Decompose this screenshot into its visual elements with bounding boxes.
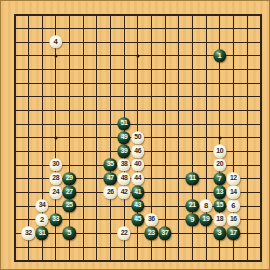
stone-black-21[interactable]: 21: [186, 199, 199, 212]
grid-line-vertical: [178, 14, 179, 262]
move-number: 28: [52, 175, 59, 182]
stone-white-30[interactable]: 30: [49, 158, 62, 171]
move-number: 18: [216, 216, 223, 223]
stone-black-11[interactable]: 11: [186, 172, 199, 185]
grid-line-horizontal: [14, 260, 262, 262]
move-number: 13: [216, 189, 223, 196]
move-number: 1: [218, 52, 222, 60]
stone-white-14[interactable]: 14: [227, 186, 240, 199]
move-number: 48: [121, 175, 128, 182]
move-number: 34: [39, 203, 46, 210]
stone-white-40[interactable]: 40: [131, 158, 144, 171]
move-number: 17: [230, 230, 237, 237]
move-number: 4: [54, 38, 58, 46]
star-point: [218, 136, 221, 139]
star-point: [136, 54, 139, 57]
move-number: 10: [216, 148, 223, 155]
stone-white-24[interactable]: 24: [49, 186, 62, 199]
grid-line-vertical: [247, 14, 248, 262]
grid-line-horizontal: [14, 247, 262, 248]
move-number: 30: [52, 162, 59, 169]
move-number: 5: [67, 230, 71, 238]
stone-black-19[interactable]: 19: [199, 213, 212, 226]
stone-white-50[interactable]: 50: [131, 131, 144, 144]
move-number: 37: [162, 230, 169, 237]
stone-white-20[interactable]: 20: [213, 158, 226, 171]
stone-black-13[interactable]: 13: [213, 186, 226, 199]
move-number: 19: [203, 216, 210, 223]
stone-black-45[interactable]: 45: [131, 213, 144, 226]
stone-black-23[interactable]: 23: [145, 227, 158, 240]
move-number: 12: [230, 175, 237, 182]
stone-black-25[interactable]: 25: [63, 199, 76, 212]
move-number: 43: [134, 203, 141, 210]
stone-black-51[interactable]: 51: [117, 117, 130, 130]
move-number: 45: [134, 216, 141, 223]
move-number: 44: [134, 175, 141, 182]
grid-line-vertical: [260, 14, 262, 262]
stone-white-44[interactable]: 44: [131, 172, 144, 185]
move-number: 46: [134, 148, 141, 155]
stone-black-5[interactable]: 5: [63, 227, 76, 240]
stone-white-26[interactable]: 26: [104, 186, 117, 199]
stone-black-33[interactable]: 33: [49, 213, 62, 226]
move-number: 49: [121, 134, 128, 141]
move-number: 38: [121, 162, 128, 169]
move-number: 14: [230, 189, 237, 196]
stone-black-3[interactable]: 3: [213, 227, 226, 240]
stone-white-22[interactable]: 22: [117, 227, 130, 240]
move-number: 27: [66, 189, 73, 196]
stone-black-29[interactable]: 29: [63, 172, 76, 185]
stone-white-12[interactable]: 12: [227, 172, 240, 185]
stone-black-27[interactable]: 27: [63, 186, 76, 199]
stone-black-15[interactable]: 15: [213, 199, 226, 212]
move-number: 40: [134, 162, 141, 169]
stone-white-16[interactable]: 16: [227, 213, 240, 226]
go-board[interactable]: 1234567891011121314151617181920212223242…: [0, 0, 270, 270]
stone-white-42[interactable]: 42: [117, 186, 130, 199]
stone-black-43[interactable]: 43: [131, 199, 144, 212]
move-number: 51: [121, 121, 128, 128]
stone-white-32[interactable]: 32: [22, 227, 35, 240]
stone-black-49[interactable]: 49: [117, 131, 130, 144]
stone-white-18[interactable]: 18: [213, 213, 226, 226]
stone-white-28[interactable]: 28: [49, 172, 62, 185]
star-point: [54, 54, 57, 57]
stone-black-41[interactable]: 41: [131, 186, 144, 199]
stone-black-37[interactable]: 37: [158, 227, 171, 240]
move-number: 20: [216, 162, 223, 169]
move-number: 9: [190, 216, 194, 224]
move-number: 7: [218, 175, 222, 183]
stone-white-46[interactable]: 46: [131, 145, 144, 158]
move-number: 3: [218, 230, 222, 238]
stone-black-31[interactable]: 31: [35, 227, 48, 240]
move-number: 31: [39, 230, 46, 237]
stone-black-1[interactable]: 1: [213, 49, 226, 62]
stone-white-6[interactable]: 6: [227, 199, 240, 212]
move-number: 11: [189, 175, 195, 182]
move-number: 6: [231, 202, 235, 210]
stone-white-36[interactable]: 36: [145, 213, 158, 226]
move-number: 29: [66, 175, 73, 182]
stone-white-10[interactable]: 10: [213, 145, 226, 158]
grid-line-vertical: [165, 14, 166, 262]
move-number: 24: [52, 189, 59, 196]
stone-white-4[interactable]: 4: [49, 35, 62, 48]
move-number: 47: [107, 175, 114, 182]
move-number: 8: [204, 202, 208, 210]
move-number: 41: [134, 189, 141, 196]
move-number: 39: [121, 148, 128, 155]
move-number: 42: [121, 189, 128, 196]
move-number: 50: [134, 134, 141, 141]
stone-black-7[interactable]: 7: [213, 172, 226, 185]
stone-white-38[interactable]: 38: [117, 158, 130, 171]
move-number: 25: [66, 203, 73, 210]
stone-white-34[interactable]: 34: [35, 199, 48, 212]
stone-black-35[interactable]: 35: [104, 158, 117, 171]
move-number: 15: [216, 203, 223, 210]
move-number: 26: [107, 189, 114, 196]
move-number: 16: [230, 216, 237, 223]
stone-white-2[interactable]: 2: [35, 213, 48, 226]
stone-black-9[interactable]: 9: [186, 213, 199, 226]
star-point: [54, 136, 57, 139]
stone-black-17[interactable]: 17: [227, 227, 240, 240]
move-number: 33: [52, 216, 59, 223]
stone-black-47[interactable]: 47: [104, 172, 117, 185]
move-number: 32: [25, 230, 32, 237]
stone-white-48[interactable]: 48: [117, 172, 130, 185]
stone-black-39[interactable]: 39: [117, 145, 130, 158]
move-number: 35: [107, 162, 114, 169]
move-number: 23: [148, 230, 155, 237]
stone-white-8[interactable]: 8: [199, 199, 212, 212]
move-number: 36: [148, 216, 155, 223]
move-number: 22: [121, 230, 128, 237]
move-number: 2: [40, 216, 44, 224]
move-number: 21: [189, 203, 196, 210]
